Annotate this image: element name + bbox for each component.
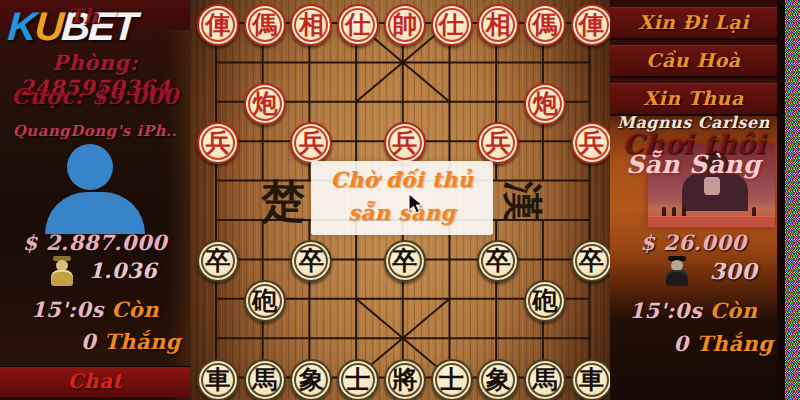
player-wins-label: Thắng	[104, 329, 181, 354]
xiangqi-piece-black[interactable]: 馬	[244, 359, 286, 400]
player-level: 1.036	[0, 258, 218, 283]
waiting-message-line2: sẵn sàng	[311, 200, 493, 225]
player-wins-value: 0	[81, 329, 96, 354]
xiangqi-piece-black[interactable]: 士	[337, 359, 379, 400]
xiangqi-piece-red[interactable]: 傌	[524, 4, 566, 46]
player-wins: 0 Thắng	[0, 329, 226, 354]
player-timer: 15':0s Còn	[0, 297, 190, 322]
logo-k: K	[6, 4, 36, 48]
resign-button[interactable]: Xin Thua	[610, 83, 777, 116]
xiangqi-piece-black[interactable]: 砲	[524, 280, 566, 322]
xiangqi-piece-red[interactable]: 相	[477, 4, 519, 46]
xiangqi-piece-red[interactable]: 兵	[571, 122, 613, 164]
xiangqi-piece-red[interactable]: 兵	[384, 122, 426, 164]
mouse-cursor	[408, 193, 424, 215]
left-watermark-text: Th	[68, 4, 98, 28]
xiangqi-piece-black[interactable]: 馬	[524, 359, 566, 400]
xiangqi-piece-red[interactable]: 俥	[571, 4, 613, 46]
xiangqi-piece-black[interactable]: 砲	[244, 280, 286, 322]
xiangqi-piece-red[interactable]: 炮	[244, 83, 286, 125]
draw-request-button[interactable]: Cầu Hoà	[610, 45, 777, 78]
opponent-time-label: Còn	[710, 298, 758, 323]
xiangqi-piece-red[interactable]: 仕	[431, 4, 473, 46]
xiangqi-piece-black[interactable]: 士	[431, 359, 473, 400]
xiangqi-piece-red[interactable]: 兵	[197, 122, 239, 164]
opponent-wins-label: Thắng	[696, 331, 773, 356]
player-avatar-icon	[67, 144, 113, 190]
right-edge-divider	[777, 0, 785, 400]
opponent-money: $ 26.000	[610, 230, 777, 255]
player-name: QuangDong's iPh..	[0, 122, 190, 140]
video-noise-strip	[785, 0, 800, 400]
undo-request-button[interactable]: Xin Đi Lại	[610, 7, 777, 40]
xiangqi-piece-black[interactable]: 象	[477, 359, 519, 400]
bet-amount: Cược: $9.000	[0, 83, 190, 109]
xiangqi-piece-black[interactable]: 卒	[384, 240, 426, 282]
player-time-value: 15':0s	[31, 297, 104, 322]
kubet-logo: KUBET	[6, 4, 224, 48]
player-money: $ 2.887.000	[0, 230, 190, 255]
xiangqi-piece-black[interactable]: 車	[197, 359, 239, 400]
game-screen: Th KUBET Phòng: 2485950364 Cược: $9.000 …	[0, 0, 800, 400]
logo-u: U	[33, 4, 63, 48]
xiangqi-piece-red[interactable]: 炮	[524, 83, 566, 125]
xiangqi-piece-black[interactable]: 卒	[571, 240, 613, 282]
xiangqi-piece-red[interactable]: 仕	[337, 4, 379, 46]
opponent-wins-value: 0	[674, 331, 689, 356]
opponent-photo-shirt	[704, 177, 720, 195]
opponent-timer: 15':0s Còn	[610, 298, 777, 323]
opponent-time-value: 15':0s	[629, 298, 702, 323]
chat-button[interactable]: Chat	[0, 366, 190, 397]
xiangqi-piece-black[interactable]: 將	[384, 359, 426, 400]
xiangqi-piece-red[interactable]: 帥	[384, 4, 426, 46]
player-time-label: Còn	[112, 297, 160, 322]
waiting-message-line1: Chờ đối thủ	[311, 167, 493, 192]
opponent-panel: Xin Đi Lại Cầu Hoà Xin Thua Magnus Carls…	[610, 0, 800, 400]
opponent-ready-status: Sẵn Sàng	[610, 150, 777, 179]
waiting-overlay: Chờ đối thủ sẵn sàng	[311, 161, 493, 235]
xiangqi-piece-black[interactable]: 象	[290, 359, 332, 400]
left-player-panel: Th KUBET Phòng: 2485950364 Cược: $9.000 …	[0, 0, 190, 400]
xiangqi-piece-red[interactable]: 傌	[244, 4, 286, 46]
player-avatar-icon-body	[45, 192, 145, 234]
opponent-wins: 0 Thắng	[610, 331, 800, 356]
photo-chess-table	[648, 217, 775, 227]
opponent-level: 300	[610, 258, 800, 284]
xiangqi-board[interactable]: 楚 漢 俥傌相仕帥仕相傌俥炮炮兵兵兵兵兵卒卒卒卒卒砲砲車馬象士將士象馬車 Chờ…	[190, 0, 610, 400]
xiangqi-piece-black[interactable]: 車	[571, 359, 613, 400]
